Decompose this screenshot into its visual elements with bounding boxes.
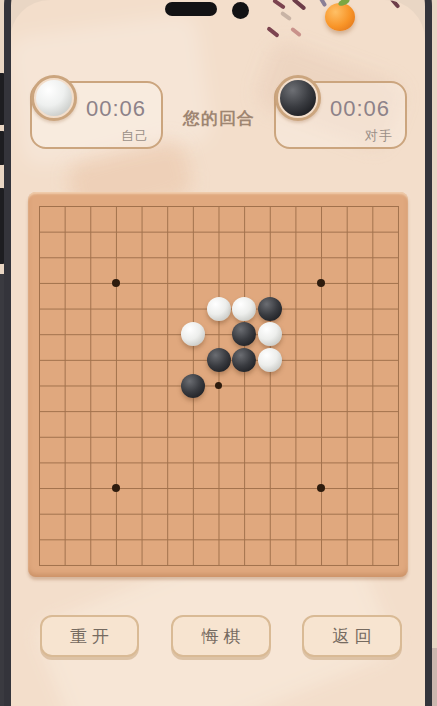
confetti-stroke — [290, 27, 302, 38]
star-point — [112, 279, 120, 287]
undo-button[interactable]: 悔棋 — [171, 615, 271, 657]
phone-side-button — [0, 188, 5, 264]
black-stone-icon — [280, 80, 316, 116]
black-stone — [181, 374, 205, 398]
confetti-stroke — [272, 0, 286, 10]
turn-banner: 您的回合 — [170, 107, 268, 130]
confetti-stroke — [292, 0, 307, 11]
confetti-stroke — [319, 0, 327, 7]
tangerine-icon — [325, 3, 355, 31]
white-stone-badge — [31, 75, 77, 121]
speaker-notch — [165, 2, 217, 16]
white-stone-icon — [36, 80, 72, 116]
confetti-shadow — [280, 11, 292, 21]
phone-side-button — [0, 131, 5, 165]
star-point — [317, 484, 325, 492]
back-button[interactable]: 返回 — [302, 615, 402, 657]
black-stone — [258, 297, 282, 321]
self-timer: 00:06 — [77, 96, 155, 122]
confetti-stroke — [266, 26, 279, 38]
black-stone-badge — [275, 75, 321, 121]
opponent-timer: 00:06 — [321, 96, 399, 122]
restart-button[interactable]: 重开 — [40, 615, 139, 657]
game-board[interactable] — [28, 192, 408, 577]
black-stone — [232, 322, 256, 346]
phone-mockup-scene: 00:06 自己 您的回合 00:06 对手 重开 悔棋 返回 — [0, 0, 437, 706]
confetti-stroke — [390, 0, 401, 9]
white-stone — [207, 297, 231, 321]
player-panel-opponent: 00:06 对手 — [274, 81, 407, 149]
self-label: 自己 — [121, 127, 149, 145]
opponent-label: 对手 — [365, 127, 393, 145]
white-stone — [258, 348, 282, 372]
board-grid — [39, 206, 399, 566]
background-shadow — [431, 648, 437, 706]
star-point — [112, 484, 120, 492]
star-point — [317, 279, 325, 287]
background-shadow — [0, 274, 5, 706]
white-stone — [258, 322, 282, 346]
camera-icon — [232, 2, 249, 19]
phone-side-button — [0, 73, 5, 125]
black-stone — [207, 348, 231, 372]
phone-screen: 00:06 自己 您的回合 00:06 对手 重开 悔棋 返回 — [10, 0, 425, 706]
white-stone — [181, 322, 205, 346]
black-stone — [232, 348, 256, 372]
white-stone — [232, 297, 256, 321]
star-point — [215, 382, 222, 389]
player-panel-self: 00:06 自己 — [30, 81, 163, 149]
